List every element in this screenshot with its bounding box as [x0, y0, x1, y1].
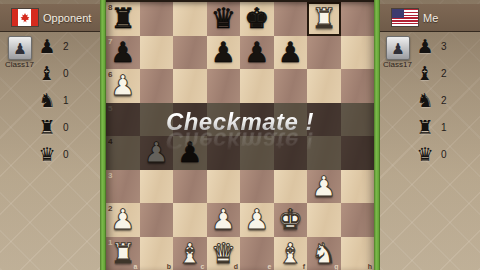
square-h1[interactable]: h [341, 237, 375, 270]
canada-flag-icon [11, 8, 39, 27]
file-label-f: f [303, 263, 305, 270]
square-a8[interactable]: 8♜ [106, 2, 140, 36]
white-rook-g8[interactable]: ♜ [307, 2, 341, 36]
file-label-h: h [368, 263, 372, 270]
usa-flag-canton [392, 9, 404, 18]
black-queen-d8[interactable]: ♛ [207, 2, 241, 36]
file-label-c: c [201, 263, 205, 270]
bishop-icon: ♝ [36, 64, 58, 83]
black-pawn-f7[interactable]: ♟ [274, 36, 308, 70]
rook-icon: ♜ [36, 118, 58, 137]
rank-label-2: 2 [108, 204, 112, 213]
white-pawn-e2[interactable]: ♟ [240, 203, 274, 237]
me-avatar[interactable]: ♟ [386, 36, 410, 60]
square-c6[interactable] [173, 69, 207, 103]
rank-label-1: 1 [108, 238, 112, 247]
rook-icon: ♜ [414, 118, 436, 137]
square-f3[interactable] [274, 170, 308, 204]
opponent-captured-queen-count: 0 [63, 149, 69, 160]
square-g3[interactable]: ♟ [307, 170, 341, 204]
usa-flag-icon [391, 8, 419, 27]
file-label-d: d [234, 263, 238, 270]
file-label-a: a [134, 263, 138, 270]
me-nameband: Me [380, 4, 480, 32]
file-label-g: g [334, 263, 338, 270]
me-captured-rook-row: ♜1 [414, 114, 447, 141]
square-b8[interactable] [140, 2, 174, 36]
opponent-captured-rook-count: 0 [63, 122, 69, 133]
pawn-icon: ♟ [414, 37, 436, 56]
square-h2[interactable] [341, 203, 375, 237]
square-e3[interactable] [240, 170, 274, 204]
me-rating-label: Class17 [383, 60, 412, 69]
file-label-e: e [268, 263, 272, 270]
rank-label-3: 3 [108, 171, 112, 180]
square-g1[interactable]: g♞ [307, 237, 341, 270]
opponent-captured-rook-row: ♜0 [36, 114, 69, 141]
me-captured-pawn-row: ♟3 [414, 33, 447, 60]
me-captured-bishop-count: 2 [441, 68, 447, 79]
square-c8[interactable] [173, 2, 207, 36]
black-pawn-d7[interactable]: ♟ [207, 36, 241, 70]
knight-icon: ♞ [36, 91, 58, 110]
rank-label-7: 7 [108, 37, 112, 46]
square-a2[interactable]: 2♟ [106, 203, 140, 237]
square-f8[interactable] [274, 2, 308, 36]
square-b3[interactable] [140, 170, 174, 204]
square-d2[interactable]: ♟ [207, 203, 241, 237]
square-b7[interactable] [140, 36, 174, 70]
pawn-icon: ♟ [36, 37, 58, 56]
me-captured-queen-row: ♛0 [414, 141, 447, 168]
square-h6[interactable] [341, 69, 375, 103]
white-pawn-g3[interactable]: ♟ [307, 170, 341, 204]
black-king-e8[interactable]: ♚ [240, 2, 274, 36]
square-g8[interactable]: ♜ [307, 2, 341, 36]
black-pawn-e7[interactable]: ♟ [240, 36, 274, 70]
rank-label-8: 8 [108, 3, 112, 12]
opponent-captured-queen-row: ♛0 [36, 141, 69, 168]
white-king-f2[interactable]: ♚ [274, 203, 308, 237]
checkmate-text-reflection: Checkmate ! [162, 127, 319, 153]
rank-label-6: 6 [108, 70, 112, 79]
opponent-captured-pieces: ♟2♝0♞1♜0♛0 [36, 33, 69, 168]
square-a7[interactable]: 7♟ [106, 36, 140, 70]
square-f2[interactable]: ♚ [274, 203, 308, 237]
opponent-name: Opponent [43, 12, 91, 24]
opponent-captured-pawn-row: ♟2 [36, 33, 69, 60]
opponent-captured-knight-count: 1 [63, 95, 69, 106]
square-b1[interactable]: b [140, 237, 174, 270]
me-captured-knight-row: ♞2 [414, 87, 447, 114]
chess-app-screen: Opponent ♟ Class17 ♟2♝0♞1♜0♛0 Me ♟ Class… [0, 0, 480, 270]
queen-icon: ♛ [36, 145, 58, 164]
me-panel: Me ♟ Class17 ♟3♝2♞2♜1♛0 [380, 0, 480, 270]
square-a1[interactable]: 1a♜ [106, 237, 140, 270]
white-pawn-d2[interactable]: ♟ [207, 203, 241, 237]
square-d3[interactable] [207, 170, 241, 204]
board-frame-right [374, 0, 380, 270]
square-h7[interactable] [341, 36, 375, 70]
file-label-b: b [167, 263, 171, 270]
square-e2[interactable]: ♟ [240, 203, 274, 237]
square-g6[interactable] [307, 69, 341, 103]
me-captured-pieces: ♟3♝2♞2♜1♛0 [414, 33, 447, 168]
square-h3[interactable] [341, 170, 375, 204]
square-a6[interactable]: 6♟ [106, 69, 140, 103]
opponent-avatar[interactable]: ♟ [8, 36, 32, 60]
me-avatar-pawn-icon: ♟ [391, 41, 404, 56]
square-c1[interactable]: c♝ [173, 237, 207, 270]
opponent-captured-knight-row: ♞1 [36, 87, 69, 114]
checkmate-banner: Checkmate ! Checkmate ! [106, 103, 374, 170]
square-d8[interactable]: ♛ [207, 2, 241, 36]
me-captured-bishop-row: ♝2 [414, 60, 447, 87]
square-e1[interactable]: e [240, 237, 274, 270]
bishop-icon: ♝ [414, 64, 436, 83]
square-h8[interactable] [341, 2, 375, 36]
square-e6[interactable] [240, 69, 274, 103]
square-d1[interactable]: d♛ [207, 237, 241, 270]
opponent-nameband: Opponent [0, 4, 100, 32]
square-g2[interactable] [307, 203, 341, 237]
square-d6[interactable] [207, 69, 241, 103]
opponent-rating-label: Class17 [5, 60, 34, 69]
square-c3[interactable] [173, 170, 207, 204]
square-c2[interactable] [173, 203, 207, 237]
square-e8[interactable]: ♚ [240, 2, 274, 36]
opponent-captured-bishop-row: ♝0 [36, 60, 69, 87]
square-e7[interactable]: ♟ [240, 36, 274, 70]
square-b6[interactable] [140, 69, 174, 103]
square-f7[interactable]: ♟ [274, 36, 308, 70]
me-captured-knight-count: 2 [441, 95, 447, 106]
square-d7[interactable]: ♟ [207, 36, 241, 70]
opponent-panel: Opponent ♟ Class17 ♟2♝0♞1♜0♛0 [0, 0, 100, 270]
me-captured-queen-count: 0 [441, 149, 447, 160]
square-g7[interactable] [307, 36, 341, 70]
maple-leaf-icon [20, 12, 31, 23]
me-name: Me [423, 12, 438, 24]
queen-icon: ♛ [414, 145, 436, 164]
square-f1[interactable]: f♝ [274, 237, 308, 270]
knight-icon: ♞ [414, 91, 436, 110]
me-captured-pawn-count: 3 [441, 41, 447, 52]
square-f6[interactable] [274, 69, 308, 103]
me-captured-rook-count: 1 [441, 122, 447, 133]
opponent-captured-bishop-count: 0 [63, 68, 69, 79]
square-c7[interactable] [173, 36, 207, 70]
square-a3[interactable]: 3 [106, 170, 140, 204]
opponent-captured-pawn-count: 2 [63, 41, 69, 52]
opponent-avatar-pawn-icon: ♟ [13, 41, 26, 56]
square-b2[interactable] [140, 203, 174, 237]
